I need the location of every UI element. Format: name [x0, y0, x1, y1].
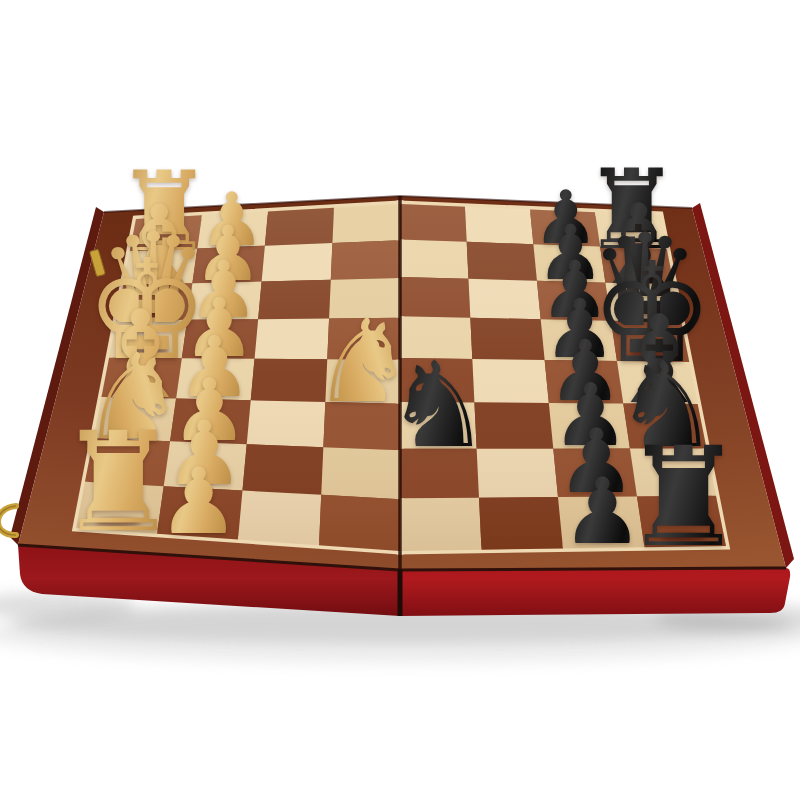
chess-set-photo: ♜♟♟♜♝♟♟♝♛♟♟♛♚♟♟♚♝♟♞♟♝♞♟♞♟♞♟♟♜♟♟♜	[0, 0, 800, 800]
white-pawn[interactable]: ♟	[158, 456, 240, 547]
black-rook[interactable]: ♜	[622, 429, 745, 566]
black-knight[interactable]: ♞	[385, 347, 491, 466]
